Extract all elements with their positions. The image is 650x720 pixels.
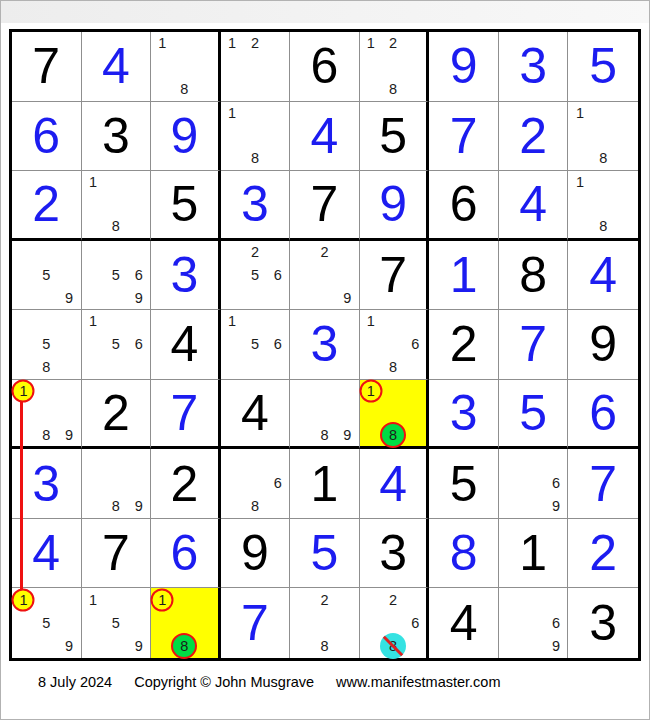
solved-digit: 7 — [221, 588, 290, 658]
pencil-marks: 69 — [499, 449, 568, 518]
pencil-marks: 156 — [82, 310, 151, 379]
cell-r2c5[interactable]: 4 — [290, 102, 360, 172]
candidate-digit: 1 — [576, 175, 584, 190]
cell-r8c7[interactable]: 8 — [429, 519, 499, 589]
cell-r5c7[interactable]: 2 — [429, 310, 499, 380]
candidate-digit: 1 — [158, 593, 166, 608]
candidate-digit: 5 — [251, 268, 259, 283]
pencil-marks: 268 — [360, 588, 427, 658]
solved-digit: 6 — [151, 519, 218, 588]
given-digit: 7 — [82, 519, 151, 588]
solved-digit: 3 — [290, 310, 359, 379]
pencil-marks: 128 — [360, 32, 427, 101]
cell-r6c6[interactable]: 18 — [360, 380, 430, 450]
candidate-digit: 6 — [274, 337, 282, 352]
candidate-digit: 9 — [65, 428, 73, 443]
cell-r7c6[interactable]: 4 — [360, 449, 430, 519]
candidate-digit: 1 — [89, 175, 97, 190]
cell-r7c5[interactable]: 1 — [290, 449, 360, 519]
cell-r6c8[interactable]: 5 — [499, 380, 569, 450]
candidate-digit: 6 — [135, 337, 143, 352]
sudoku-board: 7418126128935639184572182185379641859569… — [9, 29, 641, 661]
cell-r2c8[interactable]: 2 — [499, 102, 569, 172]
cell-r6c5[interactable]: 89 — [290, 380, 360, 450]
cell-r2c2[interactable]: 3 — [82, 102, 152, 172]
cell-r5c9[interactable]: 9 — [568, 310, 638, 380]
candidate-digit: 5 — [42, 337, 50, 352]
cell-r3c2[interactable]: 18 — [82, 171, 152, 241]
candidate-digit: 1 — [19, 593, 27, 608]
candidate-digit: 1 — [158, 36, 166, 51]
cell-r3c4[interactable]: 3 — [221, 171, 291, 241]
cell-r8c9[interactable]: 2 — [568, 519, 638, 589]
cell-r2c6[interactable]: 5 — [360, 102, 430, 172]
cell-r2c9[interactable]: 18 — [568, 102, 638, 172]
cell-r3c8[interactable]: 4 — [499, 171, 569, 241]
given-digit: 9 — [568, 310, 638, 379]
given-digit: 2 — [429, 310, 498, 379]
given-digit: 4 — [429, 588, 498, 658]
given-digit: 6 — [290, 32, 359, 101]
candidate-digit: 1 — [576, 106, 584, 121]
candidate-digit: 8 — [389, 82, 397, 97]
candidate-digit: 5 — [112, 268, 120, 283]
candidate-digit: 8 — [112, 219, 120, 234]
footer-date: 8 July 2024 — [38, 674, 112, 690]
given-digit: 5 — [429, 449, 498, 518]
cell-r9c3[interactable]: 18 — [151, 588, 221, 658]
solved-digit: 7 — [568, 449, 638, 518]
cell-r7c2[interactable]: 89 — [82, 449, 152, 519]
candidate-digit: 5 — [42, 268, 50, 283]
pencil-marks: 89 — [82, 449, 151, 518]
candidate-digit: 9 — [135, 639, 143, 654]
solved-digit: 5 — [568, 32, 638, 101]
cell-r5c8[interactable]: 7 — [499, 310, 569, 380]
cell-r2c3[interactable]: 9 — [151, 102, 221, 172]
given-digit: 4 — [221, 380, 290, 447]
cell-r1c1[interactable]: 7 — [12, 32, 82, 102]
pencil-marks: 569 — [82, 241, 151, 310]
cell-r5c1[interactable]: 58 — [12, 310, 82, 380]
solved-digit: 8 — [429, 519, 498, 588]
cell-r1c5[interactable]: 6 — [290, 32, 360, 102]
pencil-marks: 68 — [221, 449, 290, 518]
footer: 8 July 2024Copyright © John Musgravewww.… — [38, 674, 523, 690]
cell-r6c3[interactable]: 7 — [151, 380, 221, 450]
cell-r5c2[interactable]: 156 — [82, 310, 152, 380]
candidate-digit: 2 — [320, 245, 328, 260]
candidate-digit: 1 — [367, 36, 375, 51]
candidate-digit: 1 — [228, 106, 236, 121]
cell-r3c5[interactable]: 7 — [290, 171, 360, 241]
solved-digit: 9 — [360, 171, 427, 238]
given-digit: 7 — [290, 171, 359, 238]
candidate-digit: 9 — [552, 499, 560, 514]
candidate-digit: 6 — [552, 616, 560, 631]
candidate-digit: 6 — [135, 268, 143, 283]
cell-r6c2[interactable]: 2 — [82, 380, 152, 450]
cell-r4c3[interactable]: 3 — [151, 241, 221, 311]
cell-r1c3[interactable]: 18 — [151, 32, 221, 102]
pencil-marks: 28 — [290, 588, 359, 658]
cell-r4c9[interactable]: 4 — [568, 241, 638, 311]
cell-r8c3[interactable]: 6 — [151, 519, 221, 589]
candidate-digit: 5 — [251, 337, 259, 352]
solved-digit: 5 — [290, 519, 359, 588]
solved-digit: 3 — [429, 380, 498, 447]
solved-digit: 7 — [429, 102, 498, 171]
cell-r6c7[interactable]: 3 — [429, 380, 499, 450]
candidate-digit: 5 — [112, 616, 120, 631]
pencil-marks: 59 — [12, 241, 81, 310]
given-digit: 6 — [429, 171, 498, 238]
solved-digit: 4 — [360, 449, 427, 518]
cell-r9c5[interactable]: 28 — [290, 588, 360, 658]
cell-r8c8[interactable]: 1 — [499, 519, 569, 589]
candidate-digit: 8 — [251, 151, 259, 166]
cell-r8c6[interactable]: 3 — [360, 519, 430, 589]
cell-r3c6[interactable]: 9 — [360, 171, 430, 241]
solved-digit: 3 — [499, 32, 568, 101]
candidate-digit: 8 — [180, 639, 188, 654]
candidate-digit: 2 — [251, 36, 259, 51]
cell-r7c3[interactable]: 2 — [151, 449, 221, 519]
cell-r3c1[interactable]: 2 — [12, 171, 82, 241]
given-digit: 4 — [151, 310, 218, 379]
solved-digit: 7 — [151, 380, 218, 447]
pencil-marks: 58 — [12, 310, 81, 379]
pencil-marks: 159 — [12, 588, 81, 658]
cell-r3c9[interactable]: 18 — [568, 171, 638, 241]
pencil-marks: 18 — [82, 171, 151, 238]
cell-r1c7[interactable]: 9 — [429, 32, 499, 102]
candidate-digit: 9 — [343, 428, 351, 443]
candidate-digit: 1 — [228, 314, 236, 329]
cell-r5c6[interactable]: 168 — [360, 310, 430, 380]
cell-r8c5[interactable]: 5 — [290, 519, 360, 589]
cell-r4c5[interactable]: 29 — [290, 241, 360, 311]
given-digit: 1 — [499, 519, 568, 588]
pencil-marks: 18 — [568, 171, 638, 238]
solved-digit: 2 — [12, 171, 81, 238]
pencil-marks: 18 — [151, 588, 218, 658]
candidate-digit: 8 — [180, 82, 188, 97]
candidate-digit: 1 — [89, 314, 97, 329]
candidate-digit: 9 — [135, 499, 143, 514]
cell-r5c5[interactable]: 3 — [290, 310, 360, 380]
cell-r9c6[interactable]: 268 — [360, 588, 430, 658]
given-digit: 5 — [151, 171, 218, 238]
solved-digit: 2 — [499, 102, 568, 171]
candidate-digit: 8 — [251, 499, 259, 514]
candidate-digit: 6 — [552, 476, 560, 491]
cell-r4c2[interactable]: 569 — [82, 241, 152, 311]
cell-r4c6[interactable]: 7 — [360, 241, 430, 311]
given-digit: 9 — [221, 519, 290, 588]
solved-digit: 4 — [290, 102, 359, 171]
candidate-digit: 8 — [42, 428, 50, 443]
candidate-digit: 8 — [42, 360, 50, 375]
solved-digit: 3 — [151, 241, 218, 310]
given-digit: 7 — [12, 32, 81, 101]
candidate-digit: 8 — [320, 639, 328, 654]
pencil-marks: 256 — [221, 241, 290, 310]
footer-copyright: Copyright © John Musgrave — [134, 674, 314, 690]
cell-r4c1[interactable]: 59 — [12, 241, 82, 311]
candidate-digit: 5 — [42, 616, 50, 631]
given-digit: 1 — [290, 449, 359, 518]
solved-digit: 7 — [499, 310, 568, 379]
cell-r7c8[interactable]: 69 — [499, 449, 569, 519]
given-digit: 5 — [360, 102, 427, 171]
solved-digit: 1 — [429, 241, 498, 310]
pencil-marks: 168 — [360, 310, 427, 379]
given-digit: 8 — [499, 241, 568, 310]
footer-url: www.manifestmaster.com — [336, 674, 500, 690]
cell-r1c8[interactable]: 3 — [499, 32, 569, 102]
pencil-marks: 12 — [221, 32, 290, 101]
candidate-digit: 2 — [389, 593, 397, 608]
cell-r4c7[interactable]: 1 — [429, 241, 499, 311]
candidate-digit: 9 — [65, 291, 73, 306]
cell-r4c4[interactable]: 256 — [221, 241, 291, 311]
cell-r6c4[interactable]: 4 — [221, 380, 291, 450]
candidate-digit: 8 — [389, 428, 397, 443]
pencil-marks: 69 — [499, 588, 568, 658]
candidate-digit: 8 — [320, 428, 328, 443]
pencil-marks: 18 — [221, 102, 290, 171]
candidate-digit: 1 — [19, 384, 27, 399]
cell-r8c2[interactable]: 7 — [82, 519, 152, 589]
cell-r3c7[interactable]: 6 — [429, 171, 499, 241]
candidate-digit: 9 — [343, 291, 351, 306]
candidate-digit: 8 — [599, 151, 607, 166]
candidate-digit: 1 — [367, 314, 375, 329]
candidate-digit: 8 — [599, 219, 607, 234]
pencil-marks: 18 — [568, 102, 638, 171]
cell-r9c7[interactable]: 4 — [429, 588, 499, 658]
cell-r9c9[interactable]: 3 — [568, 588, 638, 658]
header-bar — [1, 1, 649, 23]
solved-digit: 3 — [221, 171, 290, 238]
pencil-marks: 156 — [221, 310, 290, 379]
solved-digit: 2 — [568, 519, 638, 588]
cell-r5c4[interactable]: 156 — [221, 310, 291, 380]
cell-r3c3[interactable]: 5 — [151, 171, 221, 241]
solved-digit: 4 — [499, 171, 568, 238]
cell-r7c9[interactable]: 7 — [568, 449, 638, 519]
candidate-digit: 9 — [65, 639, 73, 654]
pencil-marks: 89 — [290, 380, 359, 447]
candidate-digit: 2 — [251, 245, 259, 260]
cell-r1c4[interactable]: 12 — [221, 32, 291, 102]
solved-digit: 4 — [82, 32, 151, 101]
given-digit: 3 — [360, 519, 427, 588]
cell-r4c8[interactable]: 8 — [499, 241, 569, 311]
given-digit: 3 — [568, 588, 638, 658]
candidate-digit: 6 — [411, 337, 419, 352]
cell-r9c4[interactable]: 7 — [221, 588, 291, 658]
cell-r7c4[interactable]: 68 — [221, 449, 291, 519]
pencil-marks: 18 — [360, 380, 427, 447]
candidate-digit: 5 — [112, 337, 120, 352]
cell-r9c1[interactable]: 159 — [12, 588, 82, 658]
pencil-marks: 159 — [82, 588, 151, 658]
cell-r2c7[interactable]: 7 — [429, 102, 499, 172]
cell-r8c4[interactable]: 9 — [221, 519, 291, 589]
candidate-digit: 8 — [112, 499, 120, 514]
solved-digit: 9 — [151, 102, 218, 171]
cell-r5c3[interactable]: 4 — [151, 310, 221, 380]
cell-r2c1[interactable]: 6 — [12, 102, 82, 172]
candidate-digit: 1 — [89, 593, 97, 608]
candidate-digit: 6 — [274, 268, 282, 283]
cell-r9c2[interactable]: 159 — [82, 588, 152, 658]
solved-digit: 6 — [12, 102, 81, 171]
cell-r1c9[interactable]: 5 — [568, 32, 638, 102]
cell-r9c8[interactable]: 69 — [499, 588, 569, 658]
candidate-digit: 2 — [389, 36, 397, 51]
cell-r2c4[interactable]: 18 — [221, 102, 291, 172]
cell-r7c7[interactable]: 5 — [429, 449, 499, 519]
given-digit: 3 — [82, 102, 151, 171]
pencil-marks: 18 — [151, 32, 218, 101]
given-digit: 2 — [82, 380, 151, 447]
candidate-digit: 1 — [228, 36, 236, 51]
candidate-digit: 6 — [274, 476, 282, 491]
solved-digit: 9 — [429, 32, 498, 101]
solved-digit: 6 — [568, 380, 638, 447]
given-digit: 7 — [360, 241, 427, 310]
candidate-digit: 1 — [367, 384, 375, 399]
cell-r6c9[interactable]: 6 — [568, 380, 638, 450]
candidate-digit: 9 — [135, 291, 143, 306]
candidate-digit: 2 — [320, 593, 328, 608]
given-digit: 2 — [151, 449, 218, 518]
cell-r1c2[interactable]: 4 — [82, 32, 152, 102]
solved-digit: 5 — [499, 380, 568, 447]
candidate-digit: 8 — [389, 360, 397, 375]
solved-digit: 4 — [568, 241, 638, 310]
cell-r1c6[interactable]: 128 — [360, 32, 430, 102]
chain-link-line — [20, 389, 23, 597]
candidate-digit: 9 — [552, 639, 560, 654]
candidate-digit: 6 — [411, 616, 419, 631]
pencil-marks: 29 — [290, 241, 359, 310]
